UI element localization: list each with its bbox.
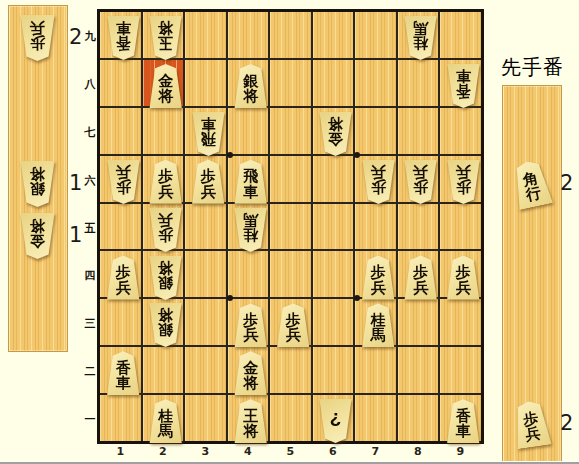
rank-label: 三 (83, 315, 97, 331)
board-cell-5四[interactable] (270, 251, 311, 297)
piece-kanji: 将 (243, 88, 258, 103)
hand-count: 2 (560, 171, 573, 195)
rank-label: 六 (83, 172, 97, 188)
piece-kanji: 兵 (524, 425, 541, 442)
piece-kanji: 歩 (116, 264, 131, 279)
shogi-piece-角行[interactable]: 角行 (513, 161, 550, 207)
piece-kanji: 行 (524, 184, 542, 202)
rank-label: 九 (83, 28, 97, 44)
board-cell-7一[interactable] (355, 395, 396, 441)
board-cell-6四[interactable] (313, 251, 354, 297)
shogi-board-grid: 香車玉将桂馬金将銀将香車飛車金将歩兵歩兵歩兵飛車歩兵歩兵歩兵歩兵桂馬歩兵銀将歩兵… (97, 9, 484, 444)
shogi-piece-飛車[interactable]: 飛車 (233, 160, 268, 204)
piece-kanji: 歩 (201, 168, 216, 183)
piece-kanji: 兵 (116, 164, 131, 179)
shogi-piece-歩兵[interactable]: 歩兵 (403, 256, 438, 300)
piece-kanji: 歩 (116, 180, 131, 195)
board-cell-5六[interactable] (270, 156, 311, 202)
shogi-piece-歩兵[interactable]: 歩兵 (361, 256, 396, 300)
rank-label: 一 (83, 411, 97, 427)
shogi-piece-歩兵[interactable]: 歩兵 (446, 256, 481, 300)
piece-kanji: 歩 (158, 228, 173, 243)
piece-kanji: 歩 (158, 168, 173, 183)
shogi-piece-歩兵[interactable]: 歩兵 (148, 160, 183, 204)
piece-kanji: 将 (328, 117, 343, 132)
shogi-piece-香車[interactable]: 香車 (106, 351, 141, 395)
file-label: 2 (143, 445, 184, 458)
piece-kanji: 兵 (456, 280, 471, 295)
piece-kanji: 歩 (413, 180, 428, 195)
shogi-piece-桂馬[interactable]: 桂馬 (148, 399, 183, 443)
shogi-piece-銀将[interactable]: 銀将 (148, 303, 183, 347)
piece-kanji: 車 (456, 423, 471, 438)
rank-label: 五 (83, 220, 97, 236)
board-cell-8三[interactable] (398, 299, 439, 345)
piece-kanji: 馬 (371, 327, 386, 342)
shogi-board: 香車玉将桂馬金将銀将香車飛車金将歩兵歩兵歩兵飛車歩兵歩兵歩兵歩兵桂馬歩兵銀将歩兵… (83, 8, 484, 460)
piece-kanji: 兵 (158, 184, 173, 199)
board-cell-8七[interactable] (398, 108, 439, 154)
piece-kanji: 車 (201, 117, 216, 132)
shogi-piece-金将[interactable]: 金将 (233, 351, 268, 395)
piece-kanji: 馬 (243, 212, 258, 227)
board-cell-5二[interactable] (270, 347, 311, 393)
board-cell-3九[interactable] (185, 12, 226, 58)
board-cell-1一[interactable] (100, 395, 141, 441)
board-cell-1八[interactable] (100, 60, 141, 106)
star-point (227, 152, 233, 158)
piece-kanji: 将 (243, 423, 258, 438)
board-cell-4七[interactable] (228, 108, 269, 154)
piece-kanji: 飛 (201, 132, 216, 147)
piece-kanji: 馬 (158, 423, 173, 438)
shogi-piece-銀将[interactable]: 銀将 (19, 161, 56, 207)
piece-kanji: 兵 (413, 164, 428, 179)
piece-kanji: 将 (158, 308, 173, 323)
board-cell-3五[interactable] (185, 204, 226, 250)
piece-kanji: 香 (456, 84, 471, 99)
shogi-piece-歩兵[interactable]: 歩兵 (513, 401, 550, 447)
board-cell-7八[interactable] (355, 60, 396, 106)
shogi-piece-金将[interactable]: 金将 (318, 112, 353, 156)
piece-kanji: 車 (243, 184, 258, 199)
board-cell-2七[interactable] (143, 108, 184, 154)
piece-kanji: 兵 (30, 21, 45, 36)
piece-kanji: 将 (30, 219, 45, 234)
piece-kanji: 車 (456, 69, 471, 84)
piece-kanji: 歩 (456, 264, 471, 279)
shogi-piece-歩兵[interactable]: 歩兵 (446, 160, 481, 204)
board-cell-9七[interactable] (440, 108, 481, 154)
piece-kanji: 歩 (30, 36, 45, 51)
shogi-piece-銀将[interactable]: 銀将 (233, 64, 268, 108)
piece-kanji: 桂 (413, 36, 428, 51)
piece-kanji: 王 (243, 408, 258, 423)
piece-kanji: 将 (158, 88, 173, 103)
piece-kanji: 車 (116, 375, 131, 390)
board-cell-7九[interactable] (355, 12, 396, 58)
shogi-piece-歩兵[interactable]: 歩兵 (19, 15, 56, 61)
piece-kanji: 兵 (371, 164, 386, 179)
piece-kanji: 桂 (371, 312, 386, 327)
piece-kanji: 香 (116, 360, 131, 375)
shogi-piece-香車[interactable]: 香車 (446, 399, 481, 443)
piece-kanji: 歩 (456, 180, 471, 195)
rank-label: 四 (83, 267, 97, 283)
piece-kanji: 歩 (413, 264, 428, 279)
shogi-piece-歩兵[interactable]: 歩兵 (361, 160, 396, 204)
board-cell-3八[interactable] (185, 60, 226, 106)
piece-kanji: 兵 (158, 212, 173, 227)
rank-label: 七 (83, 124, 97, 140)
piece-kanji: 兵 (243, 327, 258, 342)
board-cell-8五[interactable] (398, 204, 439, 250)
shogi-piece-金将[interactable]: 金将 (19, 213, 56, 259)
piece-kanji: 歩 (371, 180, 386, 195)
board-cell-9二[interactable] (440, 347, 481, 393)
star-point (354, 152, 360, 158)
board-cell-6二[interactable] (313, 347, 354, 393)
shogi-piece-飛車[interactable]: 飛車 (191, 112, 226, 156)
piece-kanji: 兵 (413, 280, 428, 295)
file-label: 3 (185, 445, 226, 458)
board-cell-5一[interactable] (270, 395, 311, 441)
piece-kanji: 兵 (201, 184, 216, 199)
shogi-piece-?[interactable]: ? (318, 399, 353, 443)
shogi-piece-銀将[interactable]: 銀将 (148, 256, 183, 300)
star-point (227, 295, 233, 301)
file-label: 6 (313, 445, 354, 458)
board-cell-3一[interactable] (185, 395, 226, 441)
file-label: 5 (270, 445, 311, 458)
board-cell-9三[interactable] (440, 299, 481, 345)
board-cell-8二[interactable] (398, 347, 439, 393)
hand-count: 2 (560, 411, 573, 435)
piece-kanji: 歩 (243, 312, 258, 327)
piece-kanji: 銀 (243, 73, 258, 88)
shogi-piece-桂馬[interactable]: 桂馬 (233, 208, 268, 252)
piece-kanji: 金 (328, 132, 343, 147)
shogi-piece-香車[interactable]: 香車 (446, 64, 481, 108)
file-label: 8 (398, 445, 439, 458)
piece-kanji: 将 (158, 260, 173, 275)
board-cell-4四[interactable] (228, 251, 269, 297)
piece-kanji: 香 (116, 36, 131, 51)
piece-kanji: 将 (243, 375, 258, 390)
board-cell-4九[interactable] (228, 12, 269, 58)
hand-count: 1 (69, 223, 82, 247)
file-label: 1 (100, 445, 141, 458)
piece-kanji: 兵 (371, 280, 386, 295)
piece-kanji: 銀 (158, 276, 173, 291)
board-cell-6六[interactable] (313, 156, 354, 202)
piece-kanji: 将 (158, 21, 173, 36)
board-cell-5七[interactable] (270, 108, 311, 154)
piece-kanji: 銀 (158, 323, 173, 338)
piece-kanji: 歩 (371, 264, 386, 279)
piece-kanji: 玉 (158, 36, 173, 51)
board-cell-9五[interactable] (440, 204, 481, 250)
piece-kanji: 金 (158, 73, 173, 88)
board-cell-6九[interactable] (313, 12, 354, 58)
board-cell-5八[interactable] (270, 60, 311, 106)
board-cell-7七[interactable] (355, 108, 396, 154)
board-cell-7五[interactable] (355, 204, 396, 250)
hand-count: 1 (69, 171, 82, 195)
board-cell-1三[interactable] (100, 299, 141, 345)
piece-kanji: 歩 (286, 312, 301, 327)
rank-label: 八 (83, 76, 97, 92)
shogi-piece-歩兵[interactable]: 歩兵 (106, 160, 141, 204)
turn-indicator: 先手番 (501, 54, 577, 81)
board-cell-1七[interactable] (100, 108, 141, 154)
shogi-piece-歩兵[interactable]: 歩兵 (148, 208, 183, 252)
file-label: 7 (355, 445, 396, 458)
board-cell-3二[interactable] (185, 347, 226, 393)
hand-count: 2 (69, 25, 82, 49)
shogi-piece-玉将[interactable]: 玉将 (148, 16, 183, 60)
board-cell-3三[interactable] (185, 299, 226, 345)
board-cell-5五[interactable] (270, 204, 311, 250)
board-cell-3四[interactable] (185, 251, 226, 297)
shogi-piece-歩兵[interactable]: 歩兵 (403, 160, 438, 204)
file-label: 4 (228, 445, 269, 458)
piece-kanji: 桂 (158, 408, 173, 423)
shogi-piece-香車[interactable]: 香車 (106, 16, 141, 60)
shogi-piece-歩兵[interactable]: 歩兵 (233, 303, 268, 347)
shogi-piece-金将[interactable]: 金将 (148, 64, 183, 108)
piece-kanji: 銀 (30, 182, 45, 197)
piece-kanji: 兵 (116, 280, 131, 295)
board-cell-5九[interactable] (270, 12, 311, 58)
board-cell-8八[interactable] (398, 60, 439, 106)
rank-label: 二 (83, 363, 97, 379)
board-cell-9九[interactable] (440, 12, 481, 58)
piece-kanji: 金 (243, 360, 258, 375)
piece-kanji: 馬 (413, 21, 428, 36)
shogi-piece-歩兵[interactable]: 歩兵 (191, 160, 226, 204)
piece-kanji: 香 (456, 408, 471, 423)
piece-kanji: 車 (116, 21, 131, 36)
board-cell-6八[interactable] (313, 60, 354, 106)
board-cell-6三[interactable] (313, 299, 354, 345)
shogi-piece-歩兵[interactable]: 歩兵 (106, 256, 141, 300)
board-cell-8一[interactable] (398, 395, 439, 441)
board-cell-6五[interactable] (313, 204, 354, 250)
board-cell-7二[interactable] (355, 347, 396, 393)
piece-kanji: ? (330, 410, 342, 429)
piece-kanji: 将 (30, 167, 45, 182)
piece-kanji: 飛 (243, 168, 258, 183)
shogi-piece-王将[interactable]: 王将 (233, 399, 268, 443)
piece-kanji: 兵 (456, 164, 471, 179)
shogi-piece-歩兵[interactable]: 歩兵 (276, 303, 311, 347)
file-label: 9 (440, 445, 481, 458)
piece-kanji: 兵 (286, 327, 301, 342)
piece-kanji: 桂 (243, 228, 258, 243)
shogi-piece-桂馬[interactable]: 桂馬 (403, 16, 438, 60)
board-cell-2二[interactable] (143, 347, 184, 393)
piece-kanji: 金 (30, 234, 45, 249)
shogi-piece-桂馬[interactable]: 桂馬 (361, 303, 396, 347)
board-cell-1五[interactable] (100, 204, 141, 250)
page: 香車玉将桂馬金将銀将香車飛車金将歩兵歩兵歩兵飛車歩兵歩兵歩兵歩兵桂馬歩兵銀将歩兵… (0, 0, 579, 464)
